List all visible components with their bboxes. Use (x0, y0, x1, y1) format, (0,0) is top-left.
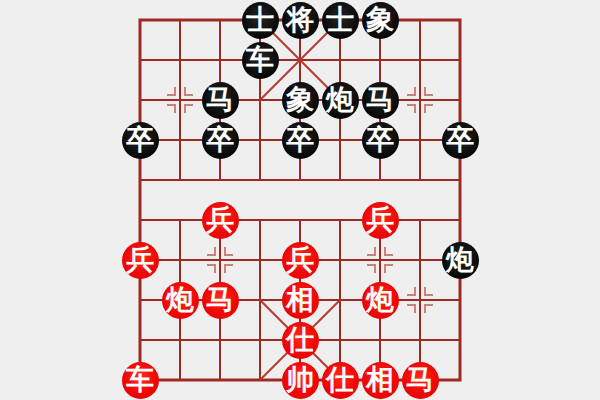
piece-red-advisor[interactable]: 仕 (282, 322, 319, 359)
piece-red-soldier[interactable]: 兵 (282, 242, 319, 279)
piece-red-soldier[interactable]: 兵 (122, 242, 159, 279)
pieces-layer: 士将士象车马象炮马卒卒卒卒卒兵兵兵兵炮炮马相炮仕车帅仕相马 (120, 0, 480, 400)
piece-red-advisor[interactable]: 仕 (322, 362, 359, 399)
piece-black-advisor[interactable]: 士 (322, 2, 359, 39)
piece-black-chariot[interactable]: 车 (242, 42, 279, 79)
piece-red-general[interactable]: 帅 (282, 362, 319, 399)
piece-black-cannon[interactable]: 炮 (442, 242, 479, 279)
piece-red-elephant[interactable]: 相 (362, 362, 399, 399)
piece-black-horse[interactable]: 马 (202, 82, 239, 119)
piece-black-soldier[interactable]: 卒 (202, 122, 239, 159)
piece-black-soldier[interactable]: 卒 (122, 122, 159, 159)
piece-black-horse[interactable]: 马 (362, 82, 399, 119)
piece-red-soldier[interactable]: 兵 (202, 202, 239, 239)
piece-red-horse[interactable]: 马 (202, 282, 239, 319)
piece-black-elephant[interactable]: 象 (282, 82, 319, 119)
piece-black-general[interactable]: 将 (282, 2, 319, 39)
piece-red-horse[interactable]: 马 (402, 362, 439, 399)
piece-red-cannon[interactable]: 炮 (162, 282, 199, 319)
piece-red-cannon[interactable]: 炮 (362, 282, 399, 319)
piece-red-elephant[interactable]: 相 (282, 282, 319, 319)
xiangqi-app: 士将士象车马象炮马卒卒卒卒卒兵兵兵兵炮炮马相炮仕车帅仕相马 (0, 0, 600, 400)
piece-black-soldier[interactable]: 卒 (442, 122, 479, 159)
piece-red-chariot[interactable]: 车 (122, 362, 159, 399)
xiangqi-board[interactable]: 士将士象车马象炮马卒卒卒卒卒兵兵兵兵炮炮马相炮仕车帅仕相马 (120, 0, 480, 400)
piece-black-cannon[interactable]: 炮 (322, 82, 359, 119)
piece-black-soldier[interactable]: 卒 (362, 122, 399, 159)
piece-black-soldier[interactable]: 卒 (282, 122, 319, 159)
piece-black-elephant[interactable]: 象 (362, 2, 399, 39)
piece-black-advisor[interactable]: 士 (242, 2, 279, 39)
piece-red-soldier[interactable]: 兵 (362, 202, 399, 239)
